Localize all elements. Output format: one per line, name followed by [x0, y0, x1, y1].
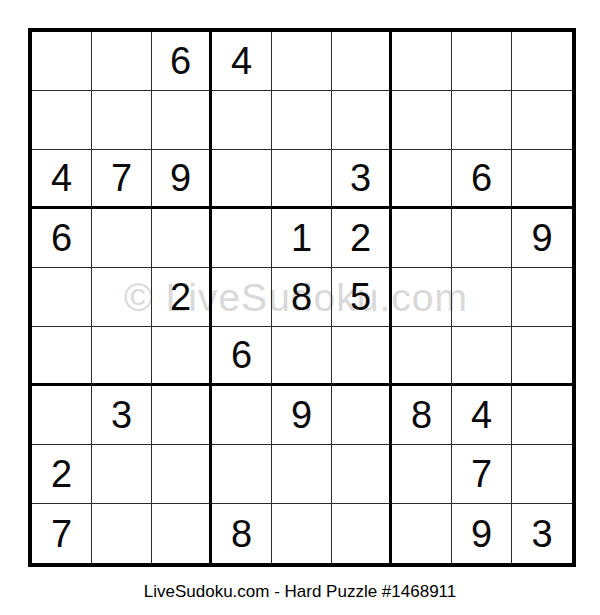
cell-r4c2[interactable] [92, 209, 152, 268]
cell-r9c2[interactable] [92, 504, 152, 563]
cell-r5c2[interactable] [92, 268, 152, 327]
cell-r8c5[interactable] [272, 445, 332, 504]
cell-r6c8[interactable] [452, 327, 512, 386]
cell-r8c7[interactable] [392, 445, 452, 504]
cell-r6c5[interactable] [272, 327, 332, 386]
cell-r1c2[interactable] [92, 32, 152, 91]
cell-r9c8[interactable]: 9 [452, 504, 512, 563]
cell-r9c5[interactable] [272, 504, 332, 563]
cell-r6c2[interactable] [92, 327, 152, 386]
cell-r5c1[interactable] [32, 268, 92, 327]
cell-r8c4[interactable] [212, 445, 272, 504]
cell-r9c7[interactable] [392, 504, 452, 563]
cell-r6c6[interactable] [332, 327, 392, 386]
cell-r3c5[interactable] [272, 150, 332, 209]
cell-r5c9[interactable] [512, 268, 572, 327]
cell-r7c5[interactable]: 9 [272, 386, 332, 445]
cell-r3c1[interactable]: 4 [32, 150, 92, 209]
cell-r4c7[interactable] [392, 209, 452, 268]
cell-r7c2[interactable]: 3 [92, 386, 152, 445]
puzzle-caption: LiveSudoku.com - Hard Puzzle #1468911 [0, 582, 600, 602]
cell-r7c8[interactable]: 4 [452, 386, 512, 445]
cell-r8c2[interactable] [92, 445, 152, 504]
cell-r5c5[interactable]: 8 [272, 268, 332, 327]
cell-r5c8[interactable] [452, 268, 512, 327]
cell-r2c9[interactable] [512, 91, 572, 150]
cell-r1c5[interactable] [272, 32, 332, 91]
cell-r4c3[interactable] [152, 209, 212, 268]
cell-r2c7[interactable] [392, 91, 452, 150]
cell-r6c4[interactable]: 6 [212, 327, 272, 386]
cell-r6c3[interactable] [152, 327, 212, 386]
cell-r1c6[interactable] [332, 32, 392, 91]
cell-r9c4[interactable]: 8 [212, 504, 272, 563]
cell-r4c4[interactable] [212, 209, 272, 268]
cell-r3c3[interactable]: 9 [152, 150, 212, 209]
cell-r5c4[interactable] [212, 268, 272, 327]
cell-r4c9[interactable]: 9 [512, 209, 572, 268]
cell-r1c9[interactable] [512, 32, 572, 91]
cell-r2c5[interactable] [272, 91, 332, 150]
cell-r3c8[interactable]: 6 [452, 150, 512, 209]
cell-r2c3[interactable] [152, 91, 212, 150]
cell-r3c2[interactable]: 7 [92, 150, 152, 209]
cell-r7c6[interactable] [332, 386, 392, 445]
cell-r4c8[interactable] [452, 209, 512, 268]
cell-r6c1[interactable] [32, 327, 92, 386]
cell-r3c7[interactable] [392, 150, 452, 209]
cell-r5c7[interactable] [392, 268, 452, 327]
cell-r5c3[interactable]: 2 [152, 268, 212, 327]
cell-r5c6[interactable]: 5 [332, 268, 392, 327]
cell-r7c9[interactable] [512, 386, 572, 445]
cell-r2c4[interactable] [212, 91, 272, 150]
cell-r8c3[interactable] [152, 445, 212, 504]
cell-r1c7[interactable] [392, 32, 452, 91]
cell-r8c9[interactable] [512, 445, 572, 504]
cell-r7c1[interactable] [32, 386, 92, 445]
cell-r9c9[interactable]: 3 [512, 504, 572, 563]
cell-r6c7[interactable] [392, 327, 452, 386]
cell-r9c3[interactable] [152, 504, 212, 563]
cell-r8c1[interactable]: 2 [32, 445, 92, 504]
cell-r4c6[interactable]: 2 [332, 209, 392, 268]
cell-r9c1[interactable]: 7 [32, 504, 92, 563]
cell-r3c4[interactable] [212, 150, 272, 209]
cell-r2c8[interactable] [452, 91, 512, 150]
cell-r1c3[interactable]: 6 [152, 32, 212, 91]
cell-r2c1[interactable] [32, 91, 92, 150]
cell-r7c4[interactable] [212, 386, 272, 445]
cell-r2c2[interactable] [92, 91, 152, 150]
cell-r9c6[interactable] [332, 504, 392, 563]
cell-r3c6[interactable]: 3 [332, 150, 392, 209]
cell-r4c1[interactable]: 6 [32, 209, 92, 268]
cell-r7c7[interactable]: 8 [392, 386, 452, 445]
cell-r1c8[interactable] [452, 32, 512, 91]
cell-r4c5[interactable]: 1 [272, 209, 332, 268]
cell-r8c8[interactable]: 7 [452, 445, 512, 504]
cell-r3c9[interactable] [512, 150, 572, 209]
cell-r1c1[interactable] [32, 32, 92, 91]
cell-r2c6[interactable] [332, 91, 392, 150]
sudoku-board: 6447936612928563984277893 [28, 28, 576, 567]
cell-r7c3[interactable] [152, 386, 212, 445]
cell-r6c9[interactable] [512, 327, 572, 386]
cell-r8c6[interactable] [332, 445, 392, 504]
cell-r1c4[interactable]: 4 [212, 32, 272, 91]
